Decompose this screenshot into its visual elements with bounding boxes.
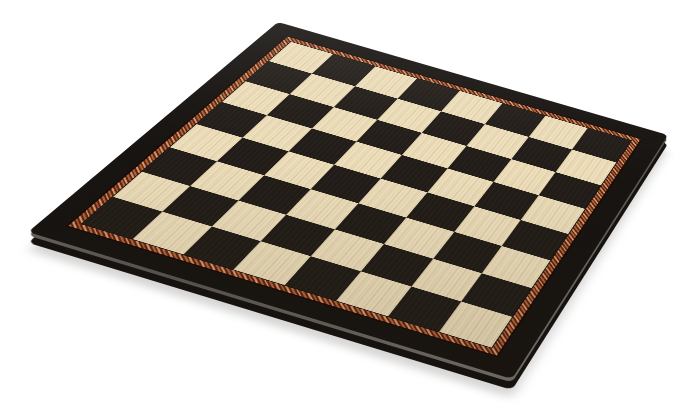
board-field (82, 42, 631, 348)
chess-board (28, 22, 668, 379)
photo-background (0, 0, 700, 420)
